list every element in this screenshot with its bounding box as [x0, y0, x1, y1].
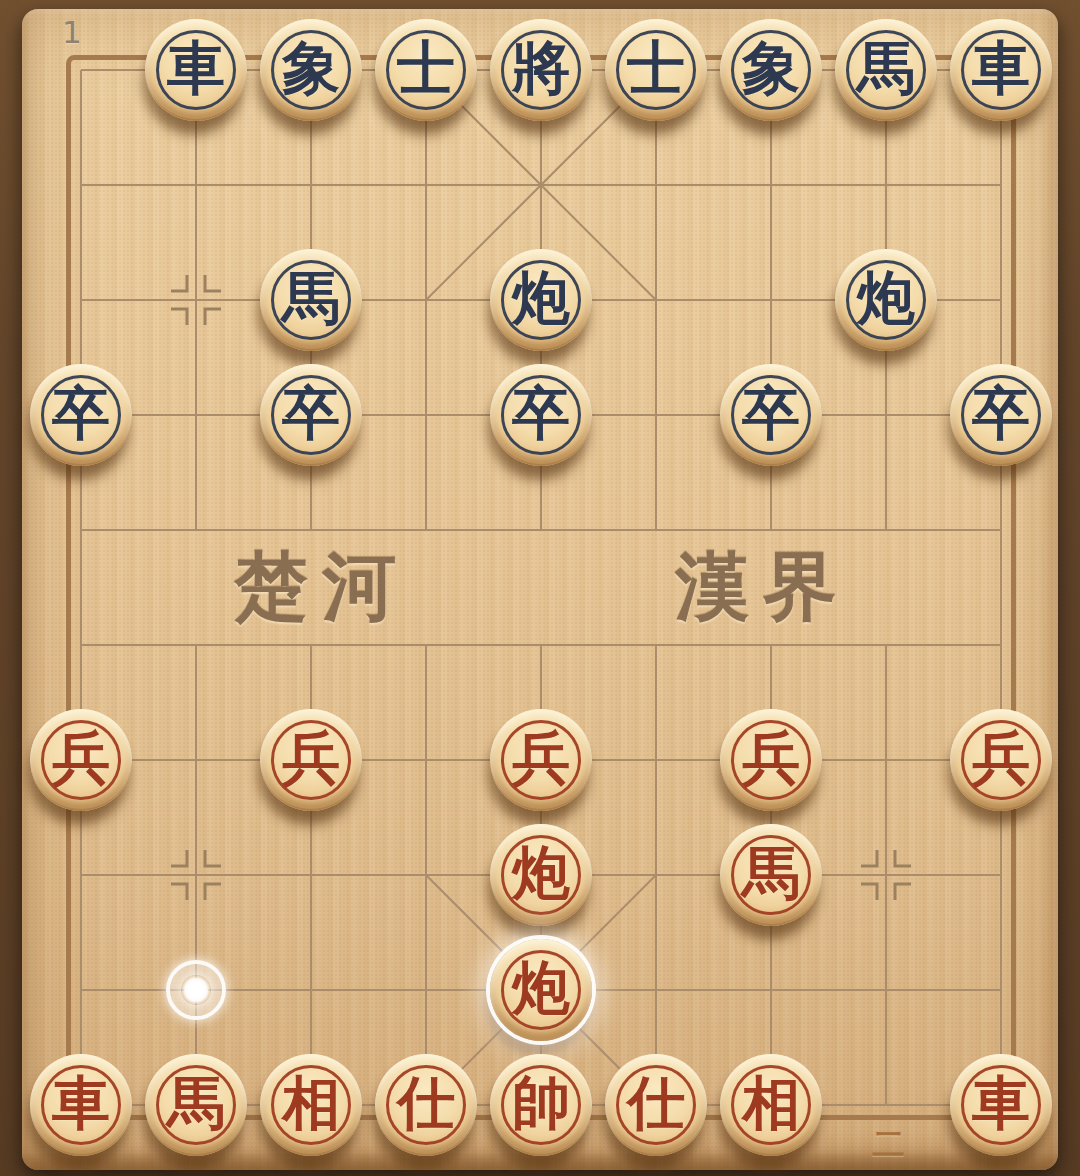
piece-glyph: 炮 [512, 959, 570, 1017]
piece-black-cannon[interactable]: 炮 [835, 249, 937, 351]
piece-red-pawn[interactable]: 兵 [950, 709, 1052, 811]
piece-black-cannon[interactable]: 炮 [490, 249, 592, 351]
piece-black-advisor[interactable]: 士 [605, 19, 707, 121]
piece-glyph: 兵 [742, 729, 800, 787]
piece-red-rook[interactable]: 車 [950, 1054, 1052, 1156]
piece-glyph: 卒 [742, 384, 800, 442]
piece-glyph: 車 [972, 1074, 1030, 1132]
piece-red-pawn[interactable]: 兵 [30, 709, 132, 811]
xiangqi-app-screen: 1 二 楚河 漢界 車象士將士象馬車馬炮炮卒卒卒卒卒兵兵兵兵兵炮馬炮車馬相仕帥仕… [0, 0, 1080, 1176]
piece-glyph: 炮 [512, 844, 570, 902]
piece-glyph: 帥 [512, 1074, 570, 1132]
piece-glyph: 象 [282, 39, 340, 97]
piece-glyph: 卒 [512, 384, 570, 442]
piece-black-advisor[interactable]: 士 [375, 19, 477, 121]
piece-glyph: 馬 [282, 269, 340, 327]
piece-glyph: 士 [397, 39, 455, 97]
piece-red-elephant[interactable]: 相 [720, 1054, 822, 1156]
piece-black-pawn[interactable]: 卒 [490, 364, 592, 466]
piece-red-horse[interactable]: 馬 [145, 1054, 247, 1156]
piece-red-general[interactable]: 帥 [490, 1054, 592, 1156]
piece-glyph: 卒 [282, 384, 340, 442]
piece-glyph: 兵 [972, 729, 1030, 787]
piece-red-cannon[interactable]: 炮 [490, 939, 592, 1041]
piece-red-advisor[interactable]: 仕 [375, 1054, 477, 1156]
piece-red-pawn[interactable]: 兵 [260, 709, 362, 811]
piece-red-rook[interactable]: 車 [30, 1054, 132, 1156]
piece-black-rook[interactable]: 車 [145, 19, 247, 121]
piece-glyph: 兵 [512, 729, 570, 787]
piece-glyph: 相 [282, 1074, 340, 1132]
piece-black-pawn[interactable]: 卒 [950, 364, 1052, 466]
piece-black-horse[interactable]: 馬 [835, 19, 937, 121]
piece-black-pawn[interactable]: 卒 [260, 364, 362, 466]
piece-glyph: 兵 [282, 729, 340, 787]
piece-black-elephant[interactable]: 象 [260, 19, 362, 121]
piece-red-pawn[interactable]: 兵 [490, 709, 592, 811]
piece-black-elephant[interactable]: 象 [720, 19, 822, 121]
last-move-origin-indicator [166, 960, 226, 1020]
piece-glyph: 炮 [857, 269, 915, 327]
piece-glyph: 士 [627, 39, 685, 97]
piece-red-advisor[interactable]: 仕 [605, 1054, 707, 1156]
piece-black-horse[interactable]: 馬 [260, 249, 362, 351]
piece-glyph: 車 [167, 39, 225, 97]
piece-glyph: 馬 [167, 1074, 225, 1132]
piece-glyph: 象 [742, 39, 800, 97]
piece-glyph: 仕 [397, 1074, 455, 1132]
piece-glyph: 相 [742, 1074, 800, 1132]
piece-red-cannon[interactable]: 炮 [490, 824, 592, 926]
piece-black-pawn[interactable]: 卒 [720, 364, 822, 466]
piece-glyph: 炮 [512, 269, 570, 327]
piece-glyph: 兵 [52, 729, 110, 787]
piece-glyph: 將 [512, 39, 570, 97]
piece-black-general[interactable]: 將 [490, 19, 592, 121]
piece-glyph: 車 [972, 39, 1030, 97]
piece-black-rook[interactable]: 車 [950, 19, 1052, 121]
piece-glyph: 卒 [52, 384, 110, 442]
piece-black-pawn[interactable]: 卒 [30, 364, 132, 466]
piece-glyph: 車 [52, 1074, 110, 1132]
piece-glyph: 仕 [627, 1074, 685, 1132]
piece-glyph: 卒 [972, 384, 1030, 442]
piece-red-elephant[interactable]: 相 [260, 1054, 362, 1156]
piece-glyph: 馬 [857, 39, 915, 97]
board-grid[interactable]: 車象士將士象馬車馬炮炮卒卒卒卒卒兵兵兵兵兵炮馬炮車馬相仕帥仕相車 [24, 13, 1059, 1163]
piece-red-horse[interactable]: 馬 [720, 824, 822, 926]
piece-glyph: 馬 [742, 844, 800, 902]
piece-red-pawn[interactable]: 兵 [720, 709, 822, 811]
